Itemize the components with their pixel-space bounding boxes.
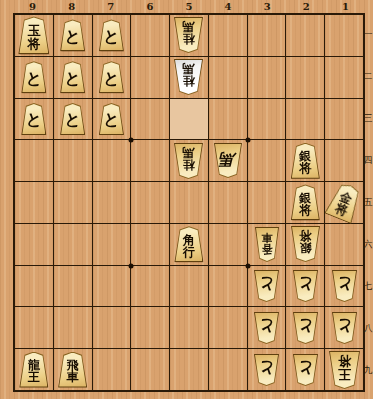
square-6-8[interactable] <box>131 307 169 348</box>
piece-tokin-gote-38[interactable]: と <box>254 312 279 344</box>
piece-face: 玉将 <box>19 17 48 53</box>
square-7-7[interactable] <box>93 266 131 307</box>
piece-tokin-gote-17[interactable]: と <box>332 270 357 302</box>
piece-face: と <box>294 271 317 301</box>
piece-tokin-gote-39[interactable]: と <box>254 354 279 386</box>
square-9-9[interactable]: 龍王 <box>15 349 53 390</box>
piece-kanji: と <box>26 71 42 87</box>
square-6-2[interactable] <box>131 57 169 98</box>
square-8-4[interactable] <box>54 140 92 181</box>
piece-tokin-sente-81[interactable]: と <box>60 19 85 51</box>
piece-kanji: と <box>297 360 313 376</box>
file-label-4: 4 <box>209 0 248 13</box>
piece-king-gote-19[interactable]: 王将 <box>329 351 360 389</box>
piece-rook-sente-89[interactable]: 飛車 <box>58 352 87 388</box>
square-5-7[interactable] <box>170 266 208 307</box>
piece-kanji: と <box>64 112 80 128</box>
square-1-3[interactable] <box>325 99 363 140</box>
piece-face: 飛車 <box>59 353 86 387</box>
square-5-4[interactable]: 桂馬 <box>170 140 208 181</box>
square-6-9[interactable] <box>131 349 169 390</box>
piece-lance-gote-36[interactable]: 香車 <box>255 227 279 262</box>
piece-face: と <box>294 355 317 385</box>
square-5-8[interactable] <box>170 307 208 348</box>
square-4-4[interactable]: 馬 <box>209 140 247 181</box>
piece-tokin-gote-27[interactable]: と <box>293 270 318 302</box>
piece-kanji: 龍王 <box>28 359 40 383</box>
hoshi-dot <box>245 138 250 143</box>
piece-face: 角行 <box>175 227 202 261</box>
square-4-1[interactable] <box>209 15 247 56</box>
square-2-7[interactable]: と <box>286 266 324 307</box>
piece-tokin-gote-37[interactable]: と <box>254 270 279 302</box>
piece-kanji: と <box>297 277 313 293</box>
piece-kanji: と <box>64 29 80 45</box>
piece-king-sente-91[interactable]: 玉将 <box>18 16 49 54</box>
piece-kanji: と <box>336 318 352 334</box>
square-7-5[interactable] <box>93 182 131 223</box>
square-1-7[interactable]: と <box>325 266 363 307</box>
piece-tokin-sente-82[interactable]: と <box>60 61 85 93</box>
square-1-5[interactable]: 金将 <box>325 182 363 223</box>
square-2-2[interactable] <box>286 57 324 98</box>
square-9-2[interactable]: と <box>15 57 53 98</box>
square-2-4[interactable]: 銀将 <box>286 140 324 181</box>
square-2-9[interactable]: と <box>286 349 324 390</box>
piece-face: 香車 <box>256 228 278 261</box>
square-8-1[interactable]: と <box>54 15 92 56</box>
square-4-6[interactable] <box>209 224 247 265</box>
piece-kanji: と <box>103 71 119 87</box>
square-4-3[interactable] <box>209 99 247 140</box>
piece-kanji: 金将 <box>333 191 353 218</box>
piece-face: と <box>100 20 123 50</box>
piece-kanji: と <box>258 277 274 293</box>
square-8-8[interactable] <box>54 307 92 348</box>
piece-kanji: 桂馬 <box>183 147 195 171</box>
piece-kanji: 桂馬 <box>183 64 195 88</box>
square-6-5[interactable] <box>131 182 169 223</box>
square-7-9[interactable] <box>93 349 131 390</box>
piece-tokin-sente-83[interactable]: と <box>60 103 85 135</box>
hoshi-dot <box>245 263 250 268</box>
square-7-4[interactable] <box>93 140 131 181</box>
piece-kanji: 玉将 <box>27 24 40 50</box>
piece-promoted-bishop-gote-44[interactable]: 馬 <box>214 143 242 178</box>
shogi-app: 987654321 一二三四五六七八九 玉将とと桂馬ととと桂馬ととと桂馬馬銀将銀… <box>0 0 373 399</box>
piece-kanji: と <box>103 112 119 128</box>
piece-face: 銀将 <box>292 144 319 178</box>
piece-face: 銀将 <box>292 227 319 261</box>
square-7-1[interactable]: と <box>93 15 131 56</box>
piece-face: 桂馬 <box>175 60 202 94</box>
square-8-6[interactable] <box>54 224 92 265</box>
square-5-6[interactable]: 角行 <box>170 224 208 265</box>
square-9-5[interactable] <box>15 182 53 223</box>
file-label-3: 3 <box>248 0 287 13</box>
piece-kanji: 香車 <box>261 232 272 254</box>
square-9-6[interactable] <box>15 224 53 265</box>
square-6-4[interactable] <box>131 140 169 181</box>
square-1-9[interactable]: 王将 <box>325 349 363 390</box>
piece-face: と <box>22 62 45 92</box>
piece-face: と <box>100 62 123 92</box>
piece-face: 桂馬 <box>175 18 202 52</box>
piece-face: 馬 <box>215 144 241 177</box>
file-label-7: 7 <box>91 0 130 13</box>
square-3-6[interactable]: 香車 <box>248 224 286 265</box>
hoshi-dot <box>129 263 134 268</box>
square-4-7[interactable] <box>209 266 247 307</box>
square-2-3[interactable] <box>286 99 324 140</box>
piece-face: と <box>333 271 356 301</box>
square-1-1[interactable] <box>325 15 363 56</box>
square-8-9[interactable]: 飛車 <box>54 349 92 390</box>
square-4-5[interactable] <box>209 182 247 223</box>
square-6-1[interactable] <box>131 15 169 56</box>
square-1-8[interactable]: と <box>325 307 363 348</box>
square-3-9[interactable]: と <box>248 349 286 390</box>
piece-kanji: 角行 <box>183 234 195 258</box>
square-3-4[interactable] <box>248 140 286 181</box>
square-9-1[interactable]: 玉将 <box>15 15 53 56</box>
square-6-7[interactable] <box>131 266 169 307</box>
piece-face: と <box>294 313 317 343</box>
file-label-8: 8 <box>52 0 91 13</box>
piece-kanji: 銀将 <box>299 150 311 174</box>
square-1-4[interactable] <box>325 140 363 181</box>
square-9-7[interactable] <box>15 266 53 307</box>
square-3-2[interactable] <box>248 57 286 98</box>
piece-face: と <box>61 20 84 50</box>
file-label-9: 9 <box>13 0 52 13</box>
piece-kanji: 桂馬 <box>183 22 195 46</box>
square-8-7[interactable] <box>54 266 92 307</box>
piece-kanji: 銀将 <box>299 231 311 255</box>
square-1-2[interactable] <box>325 57 363 98</box>
piece-kanji: 飛車 <box>67 359 79 383</box>
square-2-1[interactable] <box>286 15 324 56</box>
piece-kanji: と <box>26 112 42 128</box>
square-7-2[interactable]: と <box>93 57 131 98</box>
piece-tokin-gote-29[interactable]: と <box>293 354 318 386</box>
square-5-1[interactable]: 桂馬 <box>170 15 208 56</box>
square-2-8[interactable]: と <box>286 307 324 348</box>
piece-face: と <box>255 355 278 385</box>
piece-kanji: 王将 <box>338 355 351 381</box>
piece-face: と <box>61 104 84 134</box>
piece-tokin-sente-92[interactable]: と <box>21 61 46 93</box>
piece-face: 金将 <box>325 182 363 224</box>
square-6-6[interactable] <box>131 224 169 265</box>
piece-face: 桂馬 <box>175 144 202 178</box>
square-7-3[interactable]: と <box>93 99 131 140</box>
piece-face: 銀将 <box>292 185 319 219</box>
piece-face: と <box>333 313 356 343</box>
piece-silver-gote-26[interactable]: 銀将 <box>291 226 320 262</box>
square-3-8[interactable]: と <box>248 307 286 348</box>
piece-bishop-sente-56[interactable]: 角行 <box>174 226 203 262</box>
piece-kanji: と <box>64 71 80 87</box>
piece-kanji: と <box>297 318 313 334</box>
square-4-2[interactable] <box>209 57 247 98</box>
piece-kanji: と <box>103 29 119 45</box>
square-7-8[interactable] <box>93 307 131 348</box>
piece-tokin-sente-71[interactable]: と <box>99 19 124 51</box>
square-7-6[interactable] <box>93 224 131 265</box>
square-2-5[interactable]: 銀将 <box>286 182 324 223</box>
piece-dragon-sente-99[interactable]: 龍王 <box>19 352 48 388</box>
square-1-6[interactable] <box>325 224 363 265</box>
square-4-8[interactable] <box>209 307 247 348</box>
square-6-3[interactable] <box>131 99 169 140</box>
piece-face: と <box>61 62 84 92</box>
file-label-5: 5 <box>169 0 208 13</box>
piece-tokin-gote-28[interactable]: と <box>293 312 318 344</box>
square-2-6[interactable]: 銀将 <box>286 224 324 265</box>
piece-knight-gote-52[interactable]: 桂馬 <box>174 59 203 95</box>
piece-face: 王将 <box>330 352 359 388</box>
piece-face: 龍王 <box>20 353 47 387</box>
file-label-6: 6 <box>130 0 169 13</box>
square-3-1[interactable] <box>248 15 286 56</box>
piece-kanji: と <box>258 360 274 376</box>
piece-face: と <box>22 104 45 134</box>
file-label-1: 1 <box>326 0 365 13</box>
piece-silver-sente-24[interactable]: 銀将 <box>291 143 320 179</box>
piece-knight-gote-51[interactable]: 桂馬 <box>174 17 203 53</box>
square-8-3[interactable]: と <box>54 99 92 140</box>
piece-face: と <box>255 271 278 301</box>
square-9-3[interactable]: と <box>15 99 53 140</box>
piece-kanji: と <box>336 277 352 293</box>
piece-gold-sente-15[interactable]: 金将 <box>324 180 364 224</box>
hoshi-dot <box>129 138 134 143</box>
piece-knight-gote-54[interactable]: 桂馬 <box>174 143 203 179</box>
file-label-2: 2 <box>287 0 326 13</box>
piece-silver-sente-25[interactable]: 銀将 <box>291 184 320 220</box>
square-5-3[interactable] <box>170 99 208 140</box>
square-3-7[interactable]: と <box>248 266 286 307</box>
file-labels: 987654321 <box>13 0 365 13</box>
square-5-2[interactable]: 桂馬 <box>170 57 208 98</box>
piece-face: と <box>100 104 123 134</box>
square-8-5[interactable] <box>54 182 92 223</box>
square-5-9[interactable] <box>170 349 208 390</box>
square-8-2[interactable]: と <box>54 57 92 98</box>
piece-kanji: 銀将 <box>299 192 311 216</box>
piece-tokin-sente-73[interactable]: と <box>99 103 124 135</box>
piece-tokin-sente-93[interactable]: と <box>21 103 46 135</box>
square-9-8[interactable] <box>15 307 53 348</box>
piece-kanji: 馬 <box>220 151 236 167</box>
square-3-3[interactable] <box>248 99 286 140</box>
piece-face: と <box>255 313 278 343</box>
piece-kanji: と <box>258 318 274 334</box>
piece-tokin-gote-18[interactable]: と <box>332 312 357 344</box>
shogi-board: 玉将とと桂馬ととと桂馬ととと桂馬馬銀将銀将金将角行香車銀将とととととと龍王飛車と… <box>13 13 365 392</box>
square-9-4[interactable] <box>15 140 53 181</box>
piece-tokin-sente-72[interactable]: と <box>99 61 124 93</box>
square-4-9[interactable] <box>209 349 247 390</box>
square-5-5[interactable] <box>170 182 208 223</box>
square-3-5[interactable] <box>248 182 286 223</box>
